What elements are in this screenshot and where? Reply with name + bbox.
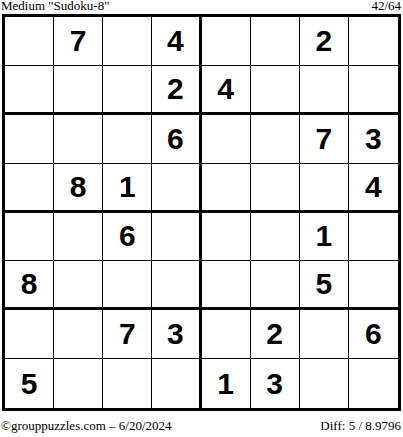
cell-r2c3[interactable] — [103, 66, 152, 115]
cell-r3c7: 7 — [300, 115, 349, 164]
cell-r3c1[interactable] — [5, 115, 54, 164]
cell-r5c3: 6 — [103, 213, 152, 262]
cell-r7c5[interactable] — [202, 310, 251, 359]
cell-r5c7: 1 — [300, 213, 349, 262]
cell-r8c8[interactable] — [349, 359, 398, 408]
sudoku-board: 7422467381461857326513 — [2, 14, 401, 411]
cell-r1c3[interactable] — [103, 17, 152, 66]
cell-r4c3: 1 — [103, 164, 152, 213]
cell-r6c2[interactable] — [54, 261, 103, 310]
cell-r6c7: 5 — [300, 261, 349, 310]
cell-r8c1: 5 — [5, 359, 54, 408]
cell-r4c8: 4 — [349, 164, 398, 213]
cell-r3c4: 6 — [152, 115, 201, 164]
difficulty-rating: Diff: 5 / 8.9796 — [320, 419, 401, 433]
cell-r6c6[interactable] — [251, 261, 300, 310]
cell-r5c6[interactable] — [251, 213, 300, 262]
puzzle-title: Medium "Sudoku-8" — [1, 0, 109, 13]
cell-r1c1[interactable] — [5, 17, 54, 66]
cell-r4c1[interactable] — [5, 164, 54, 213]
cell-r4c7[interactable] — [300, 164, 349, 213]
cell-r3c3[interactable] — [103, 115, 152, 164]
cell-r8c2[interactable] — [54, 359, 103, 408]
cell-r2c7[interactable] — [300, 66, 349, 115]
cell-r7c6: 2 — [251, 310, 300, 359]
blank-counter: 42/64 — [371, 0, 401, 13]
cell-r5c5[interactable] — [202, 213, 251, 262]
cell-r2c6[interactable] — [251, 66, 300, 115]
header: Medium "Sudoku-8" 42/64 — [1, 0, 401, 13]
cell-r5c4[interactable] — [152, 213, 201, 262]
copyright-credit: ©grouppuzzles.com – 6/20/2024 — [1, 419, 172, 433]
cell-r1c2: 7 — [54, 17, 103, 66]
cell-r8c7[interactable] — [300, 359, 349, 408]
cell-r6c1: 8 — [5, 261, 54, 310]
cell-r8c4[interactable] — [152, 359, 201, 408]
cell-r7c7[interactable] — [300, 310, 349, 359]
cell-r4c2: 8 — [54, 164, 103, 213]
cell-r3c5[interactable] — [202, 115, 251, 164]
cell-r2c5: 4 — [202, 66, 251, 115]
cell-r7c3: 7 — [103, 310, 152, 359]
cell-r1c7: 2 — [300, 17, 349, 66]
cell-r3c8: 3 — [349, 115, 398, 164]
cell-r7c4: 3 — [152, 310, 201, 359]
cell-r4c6[interactable] — [251, 164, 300, 213]
cell-r5c2[interactable] — [54, 213, 103, 262]
cell-r2c1[interactable] — [5, 66, 54, 115]
cell-r3c2[interactable] — [54, 115, 103, 164]
cell-r2c2[interactable] — [54, 66, 103, 115]
cell-r2c8[interactable] — [349, 66, 398, 115]
cell-r6c5[interactable] — [202, 261, 251, 310]
cell-r1c4: 4 — [152, 17, 201, 66]
cell-r1c6[interactable] — [251, 17, 300, 66]
cell-r2c4: 2 — [152, 66, 201, 115]
cell-r7c1[interactable] — [5, 310, 54, 359]
footer: ©grouppuzzles.com – 6/20/2024 Diff: 5 / … — [1, 419, 401, 433]
cell-r4c4[interactable] — [152, 164, 201, 213]
cell-r8c6: 3 — [251, 359, 300, 408]
cell-r8c5: 1 — [202, 359, 251, 408]
cell-r1c5[interactable] — [202, 17, 251, 66]
cell-r6c8[interactable] — [349, 261, 398, 310]
cell-r5c8[interactable] — [349, 213, 398, 262]
puzzle-page: Medium "Sudoku-8" 42/64 7422467381461857… — [0, 0, 403, 437]
cell-r6c4[interactable] — [152, 261, 201, 310]
cell-r7c8: 6 — [349, 310, 398, 359]
cell-r1c8[interactable] — [349, 17, 398, 66]
cell-r7c2[interactable] — [54, 310, 103, 359]
cell-r8c3[interactable] — [103, 359, 152, 408]
cell-r5c1[interactable] — [5, 213, 54, 262]
cell-r4c5[interactable] — [202, 164, 251, 213]
cell-r3c6[interactable] — [251, 115, 300, 164]
cell-r6c3[interactable] — [103, 261, 152, 310]
